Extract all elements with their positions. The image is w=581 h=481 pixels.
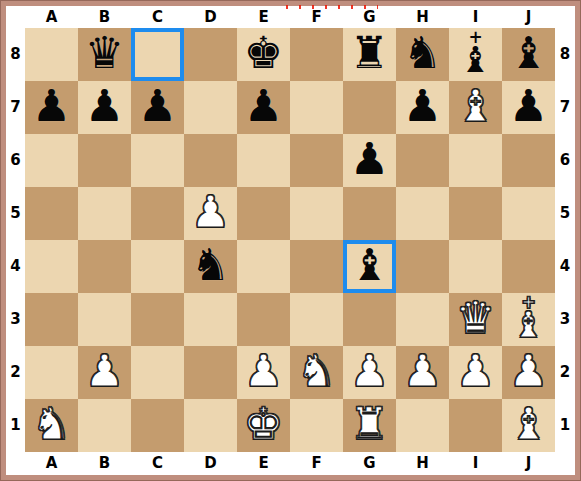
rank-label-6: 6 <box>6 153 25 168</box>
file-label-f: F <box>290 10 343 25</box>
square-h3[interactable] <box>396 293 449 346</box>
square-g5[interactable] <box>343 187 396 240</box>
piece-white-pawn[interactable]: ♟ <box>403 349 442 393</box>
rank-labels-left: 87654321 <box>6 28 25 452</box>
piece-white-knight[interactable]: ♞ <box>32 402 71 446</box>
square-f8[interactable] <box>290 28 343 81</box>
piece-white-rook[interactable]: ♜ <box>350 402 389 446</box>
archbishop-cross-icon: + <box>521 294 535 311</box>
piece-black-pawn[interactable]: ♟ <box>403 84 442 128</box>
file-labels-top: ABCDEFGHIJ <box>25 6 555 28</box>
file-label-h: H <box>396 456 449 471</box>
square-c7[interactable]: ♟ <box>131 81 184 134</box>
square-g2[interactable]: ♟ <box>343 346 396 399</box>
square-g6[interactable]: ♟ <box>343 134 396 187</box>
square-b4[interactable] <box>78 240 131 293</box>
square-b6[interactable] <box>78 134 131 187</box>
file-label-e: E <box>237 456 290 471</box>
piece-black-pawn[interactable]: ♟ <box>85 84 124 128</box>
square-e6[interactable] <box>237 134 290 187</box>
rank-label-3: 3 <box>6 312 25 327</box>
file-label-i: I <box>449 10 502 25</box>
rank-labels-right: 87654321 <box>555 28 575 452</box>
piece-white-queen[interactable]: ♛ <box>456 296 495 340</box>
square-e4[interactable] <box>237 240 290 293</box>
square-h2[interactable]: ♟ <box>396 346 449 399</box>
piece-white-knight[interactable]: ♞ <box>297 349 336 393</box>
square-a6[interactable] <box>25 134 78 187</box>
square-a1[interactable]: ♞ <box>25 399 78 452</box>
piece-white-king[interactable]: ♚ <box>244 402 283 446</box>
square-i2[interactable]: ♟ <box>449 346 502 399</box>
square-c8[interactable] <box>131 28 184 81</box>
piece-white-pawn[interactable]: ♟ <box>244 349 283 393</box>
square-e1[interactable]: ♚ <box>237 399 290 452</box>
square-j1[interactable]: ♝ <box>502 399 555 452</box>
file-label-c: C <box>131 456 184 471</box>
piece-black-king[interactable]: ♚ <box>244 31 283 75</box>
piece-black-pawn[interactable]: ♟ <box>350 137 389 181</box>
file-label-j: J <box>502 456 555 471</box>
piece-black-rook[interactable]: ♜ <box>350 31 389 75</box>
square-c6[interactable] <box>131 134 184 187</box>
square-f6[interactable] <box>290 134 343 187</box>
piece-black-pawn[interactable]: ♟ <box>244 84 283 128</box>
square-d3[interactable] <box>184 293 237 346</box>
square-a3[interactable] <box>25 293 78 346</box>
square-i3[interactable]: ♛ <box>449 293 502 346</box>
piece-black-bishop[interactable]: ♝ <box>509 31 548 75</box>
piece-black-queen[interactable]: ♛ <box>85 31 124 75</box>
square-a8[interactable] <box>25 28 78 81</box>
piece-white-pawn[interactable]: ♟ <box>85 349 124 393</box>
archbishop-cap-icon: ♝ <box>512 307 544 343</box>
square-f2[interactable]: ♞ <box>290 346 343 399</box>
square-d7[interactable] <box>184 81 237 134</box>
file-label-a: A <box>25 456 78 471</box>
rank-label-2: 2 <box>6 365 25 380</box>
square-j8[interactable]: ♝ <box>502 28 555 81</box>
square-d6[interactable] <box>184 134 237 187</box>
file-label-h: H <box>396 10 449 25</box>
square-j4[interactable] <box>502 240 555 293</box>
rank-label-1: 1 <box>6 418 25 433</box>
square-e5[interactable] <box>237 187 290 240</box>
square-f1[interactable] <box>290 399 343 452</box>
piece-black-knight[interactable]: ♞ <box>403 31 442 75</box>
square-g4[interactable]: ♝ <box>343 240 396 293</box>
rank-label-8: 8 <box>6 47 25 62</box>
square-a7[interactable]: ♟ <box>25 81 78 134</box>
rank-label-7: 7 <box>6 100 25 115</box>
rank-label-7: 7 <box>555 100 575 115</box>
square-g8[interactable]: ♜ <box>343 28 396 81</box>
file-label-f: F <box>290 456 343 471</box>
square-b8[interactable]: ♛ <box>78 28 131 81</box>
square-b3[interactable] <box>78 293 131 346</box>
piece-white-bishop[interactable]: ♝ <box>456 84 495 128</box>
square-f4[interactable] <box>290 240 343 293</box>
file-label-j: J <box>502 10 555 25</box>
square-j3[interactable]: +♝ <box>502 293 555 346</box>
square-f5[interactable] <box>290 187 343 240</box>
piece-white-pawn[interactable]: ♟ <box>350 349 389 393</box>
square-c1[interactable] <box>131 399 184 452</box>
square-b5[interactable] <box>78 187 131 240</box>
piece-black-bishop[interactable]: ♝ <box>350 243 389 287</box>
square-i1[interactable] <box>449 399 502 452</box>
piece-black-knight[interactable]: ♞ <box>191 243 230 287</box>
rank-label-6: 6 <box>555 153 575 168</box>
file-label-i: I <box>449 456 502 471</box>
square-a4[interactable] <box>25 240 78 293</box>
file-label-d: D <box>184 456 237 471</box>
piece-black-pawn[interactable]: ♟ <box>509 84 548 128</box>
square-h7[interactable]: ♟ <box>396 81 449 134</box>
piece-black-pawn[interactable]: ♟ <box>32 84 71 128</box>
square-h8[interactable]: ♞ <box>396 28 449 81</box>
rank-label-4: 4 <box>555 259 575 274</box>
square-h6[interactable] <box>396 134 449 187</box>
board-frame: ABCDEFGHIJ 87654321 ♛♚♜♞+♝♝♟♟♟♟♟♝♟♟♟♞♝♛+… <box>1 1 580 480</box>
square-j5[interactable] <box>502 187 555 240</box>
file-label-g: G <box>343 10 396 25</box>
square-c2[interactable] <box>131 346 184 399</box>
rank-label-2: 2 <box>555 365 575 380</box>
rank-label-8: 8 <box>555 47 575 62</box>
file-label-b: B <box>78 10 131 25</box>
rank-label-4: 4 <box>6 259 25 274</box>
square-a5[interactable] <box>25 187 78 240</box>
square-a2[interactable] <box>25 346 78 399</box>
piece-white-pawn[interactable]: ♟ <box>509 349 548 393</box>
piece-white-pawn[interactable]: ♟ <box>191 190 230 234</box>
board: ♛♚♜♞+♝♝♟♟♟♟♟♝♟♟♟♞♝♛+♝♟♟♞♟♟♟♟♞♚♜♝ <box>25 28 555 452</box>
rank-label-5: 5 <box>555 206 575 221</box>
file-label-g: G <box>343 456 396 471</box>
square-e2[interactable]: ♟ <box>237 346 290 399</box>
square-g7[interactable] <box>343 81 396 134</box>
square-b2[interactable]: ♟ <box>78 346 131 399</box>
file-label-e: E <box>237 10 290 25</box>
rank-label-1: 1 <box>555 418 575 433</box>
square-c3[interactable] <box>131 293 184 346</box>
square-g3[interactable] <box>343 293 396 346</box>
square-e7[interactable]: ♟ <box>237 81 290 134</box>
rank-label-5: 5 <box>6 206 25 221</box>
board-diagram: ABCDEFGHIJ 87654321 ♛♚♜♞+♝♝♟♟♟♟♟♝♟♟♟♞♝♛+… <box>0 0 581 481</box>
square-h4[interactable] <box>396 240 449 293</box>
square-j6[interactable] <box>502 134 555 187</box>
file-labels-bottom: ABCDEFGHIJ <box>25 452 555 475</box>
square-h1[interactable] <box>396 399 449 452</box>
square-c5[interactable] <box>131 187 184 240</box>
piece-white-pawn[interactable]: ♟ <box>456 349 495 393</box>
square-f3[interactable] <box>290 293 343 346</box>
square-c4[interactable] <box>131 240 184 293</box>
square-d2[interactable] <box>184 346 237 399</box>
square-d8[interactable] <box>184 28 237 81</box>
square-e3[interactable] <box>237 293 290 346</box>
archbishop-cap-icon: ♝ <box>459 42 491 78</box>
square-h5[interactable] <box>396 187 449 240</box>
piece-black-pawn[interactable]: ♟ <box>138 84 177 128</box>
square-i6[interactable] <box>449 134 502 187</box>
square-e8[interactable]: ♚ <box>237 28 290 81</box>
rank-label-3: 3 <box>555 312 575 327</box>
square-i4[interactable] <box>449 240 502 293</box>
square-f7[interactable] <box>290 81 343 134</box>
square-i8[interactable]: +♝ <box>449 28 502 81</box>
square-j2[interactable]: ♟ <box>502 346 555 399</box>
file-label-a: A <box>25 10 78 25</box>
square-d1[interactable] <box>184 399 237 452</box>
square-i7[interactable]: ♝ <box>449 81 502 134</box>
square-j7[interactable]: ♟ <box>502 81 555 134</box>
file-label-b: B <box>78 456 131 471</box>
square-g1[interactable]: ♜ <box>343 399 396 452</box>
file-label-c: C <box>131 10 184 25</box>
file-label-d: D <box>184 10 237 25</box>
piece-black-archbishop[interactable]: +♝ <box>459 28 491 81</box>
board-layout: ABCDEFGHIJ 87654321 ♛♚♜♞+♝♝♟♟♟♟♟♝♟♟♟♞♝♛+… <box>6 6 575 475</box>
square-d4[interactable]: ♞ <box>184 240 237 293</box>
square-b7[interactable]: ♟ <box>78 81 131 134</box>
piece-white-archbishop[interactable]: +♝ <box>512 293 544 346</box>
square-i5[interactable] <box>449 187 502 240</box>
square-d5[interactable]: ♟ <box>184 187 237 240</box>
square-b1[interactable] <box>78 399 131 452</box>
piece-white-bishop[interactable]: ♝ <box>509 402 548 446</box>
archbishop-cross-icon: + <box>468 29 482 46</box>
